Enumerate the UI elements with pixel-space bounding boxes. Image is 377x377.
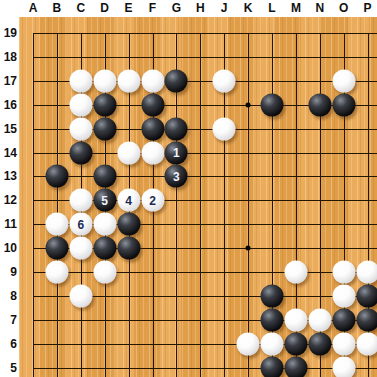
- stone-D13: [93, 165, 116, 188]
- column-label-N: N: [309, 1, 331, 16]
- stone-O17: [332, 69, 355, 92]
- row-label-18: 18: [0, 49, 17, 64]
- move-number-F12: 2: [149, 194, 156, 206]
- stone-O16: [332, 93, 355, 116]
- go-board[interactable]: 135426: [19, 17, 377, 377]
- grid-line-row-5: [33, 368, 377, 369]
- stone-F16: [141, 93, 164, 116]
- stone-C16: [69, 93, 92, 116]
- stone-B9: [45, 261, 68, 284]
- row-label-19: 19: [0, 26, 17, 41]
- grid-line-row-9: [33, 272, 377, 273]
- row-label-9: 9: [0, 265, 17, 280]
- stone-G17: [165, 69, 188, 92]
- column-label-A: A: [22, 1, 44, 16]
- row-label-16: 16: [0, 97, 17, 112]
- stone-C14: [69, 141, 92, 164]
- stone-P9: [356, 261, 377, 284]
- go-app-window: 135426 ABCDEFGHJKLMNOP191817161514131211…: [0, 0, 377, 377]
- stone-E14: [117, 141, 140, 164]
- stone-D17: [93, 69, 116, 92]
- grid-line-row-18: [33, 57, 377, 58]
- grid-line-row-19: [33, 33, 377, 34]
- row-label-7: 7: [0, 312, 17, 327]
- stone-E12: 4: [117, 189, 140, 212]
- stone-O9: [332, 261, 355, 284]
- column-label-G: G: [165, 1, 187, 16]
- column-label-K: K: [237, 1, 259, 16]
- row-label-5: 5: [0, 360, 17, 375]
- stone-L16: [261, 93, 284, 116]
- column-label-B: B: [46, 1, 68, 16]
- row-label-17: 17: [0, 73, 17, 88]
- row-label-12: 12: [0, 193, 17, 208]
- stone-B10: [45, 237, 68, 260]
- stone-P7: [356, 308, 377, 331]
- stone-L7: [261, 308, 284, 331]
- column-label-F: F: [142, 1, 164, 16]
- stone-C17: [69, 69, 92, 92]
- stone-M5: [284, 356, 307, 377]
- stone-G14: 1: [165, 141, 188, 164]
- grid-line-col-K: [248, 33, 249, 377]
- stone-E10: [117, 237, 140, 260]
- stone-F15: [141, 117, 164, 140]
- stone-E11: [117, 213, 140, 236]
- move-number-C11: 6: [77, 218, 84, 230]
- stone-P6: [356, 332, 377, 355]
- stone-G15: [165, 117, 188, 140]
- stone-M6: [284, 332, 307, 355]
- stone-L5: [261, 356, 284, 377]
- stone-F12: 2: [141, 189, 164, 212]
- row-label-15: 15: [0, 121, 17, 136]
- column-label-M: M: [285, 1, 307, 16]
- stone-B13: [45, 165, 68, 188]
- star-point-K10: [246, 246, 251, 251]
- row-label-10: 10: [0, 241, 17, 256]
- stone-J15: [213, 117, 236, 140]
- column-label-P: P: [357, 1, 377, 16]
- stone-G13: 3: [165, 165, 188, 188]
- stone-B11: [45, 213, 68, 236]
- stone-F17: [141, 69, 164, 92]
- stone-F14: [141, 141, 164, 164]
- stone-D10: [93, 237, 116, 260]
- move-number-G14: 1: [173, 147, 180, 159]
- row-label-11: 11: [0, 217, 17, 232]
- stone-N7: [308, 308, 331, 331]
- row-label-6: 6: [0, 336, 17, 351]
- stone-M7: [284, 308, 307, 331]
- stone-L8: [261, 284, 284, 307]
- stone-J17: [213, 69, 236, 92]
- grid-line-col-H: [200, 33, 201, 377]
- stone-D15: [93, 117, 116, 140]
- column-label-J: J: [213, 1, 235, 16]
- column-label-H: H: [189, 1, 211, 16]
- row-label-8: 8: [0, 288, 17, 303]
- stone-E17: [117, 69, 140, 92]
- move-number-G13: 3: [173, 170, 180, 182]
- stone-N16: [308, 93, 331, 116]
- row-label-13: 13: [0, 169, 17, 184]
- stone-O8: [332, 284, 355, 307]
- move-number-E12: 4: [125, 194, 132, 206]
- stone-O5: [332, 356, 355, 377]
- stone-C12: [69, 189, 92, 212]
- column-label-E: E: [118, 1, 140, 16]
- row-label-14: 14: [0, 145, 17, 160]
- stone-C11: 6: [69, 213, 92, 236]
- stone-D9: [93, 261, 116, 284]
- stone-O7: [332, 308, 355, 331]
- stone-D11: [93, 213, 116, 236]
- column-label-C: C: [70, 1, 92, 16]
- grid-line-row-13: [33, 176, 377, 177]
- grid-line-col-A: [33, 33, 34, 377]
- stone-C10: [69, 237, 92, 260]
- column-label-D: D: [94, 1, 116, 16]
- stone-L6: [261, 332, 284, 355]
- stone-K6: [237, 332, 260, 355]
- stone-C8: [69, 284, 92, 307]
- stone-M9: [284, 261, 307, 284]
- stone-D16: [93, 93, 116, 116]
- move-number-D12: 5: [101, 194, 108, 206]
- stone-P8: [356, 284, 377, 307]
- stone-D12: 5: [93, 189, 116, 212]
- grid-line-col-B: [57, 33, 58, 377]
- stone-C15: [69, 117, 92, 140]
- stone-N6: [308, 332, 331, 355]
- column-label-O: O: [333, 1, 355, 16]
- star-point-K16: [246, 102, 251, 107]
- stone-O6: [332, 332, 355, 355]
- column-label-L: L: [261, 1, 283, 16]
